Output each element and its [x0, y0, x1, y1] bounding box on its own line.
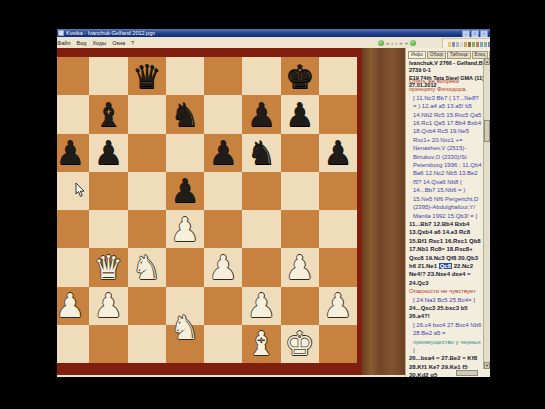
square-e1[interactable] [204, 325, 242, 363]
video-frame: Kvetka - Ivanchuk-Gelfand 2012.pgn –□× Ф… [0, 0, 545, 409]
black-pawn-d5[interactable]: ♟ [166, 172, 204, 210]
copy-icon[interactable] [460, 42, 463, 47]
notation-line: [ 26.c4 bxc4 27.Bxc4 Nb6 28.Be2 a5 = пре… [409, 321, 482, 355]
letterbox-bottom [0, 377, 545, 409]
add-move-icon[interactable]: + [405, 40, 409, 46]
letterbox-right [490, 0, 545, 409]
square-b2[interactable]: ♟ [89, 287, 127, 325]
tab-Таблица[interactable]: Таблица [447, 51, 471, 59]
square-d8[interactable] [166, 57, 204, 95]
square-e2[interactable] [204, 287, 242, 325]
black-pawn-b6[interactable]: ♟ [89, 134, 127, 172]
flip-board-icon[interactable] [468, 42, 471, 47]
square-f7[interactable]: ♟ [242, 95, 280, 133]
window-title: Kvetka - Ivanchuk-Gelfand 2012.pgn [64, 30, 155, 36]
black-pawn-e6[interactable]: ♟ [204, 134, 242, 172]
square-g1[interactable]: ♚ [281, 325, 319, 363]
square-h2[interactable]: ♟ [319, 287, 357, 325]
square-f2[interactable]: ♟ [242, 287, 280, 325]
square-h5[interactable] [319, 172, 357, 210]
square-g8[interactable]: ♚ [281, 57, 319, 95]
black-king-g8[interactable]: ♚ [281, 57, 319, 95]
chart-icon[interactable] [480, 42, 483, 47]
square-d3[interactable] [166, 248, 204, 286]
white-pawn-f2[interactable]: ♟ [242, 287, 280, 325]
square-h8[interactable] [319, 57, 357, 95]
current-move-highlight[interactable]: Qc8 [439, 263, 452, 269]
notation-segment[interactable]: Опять же вопреки принципу Филидора. [409, 78, 467, 92]
white-pawn-g3[interactable]: ♟ [281, 248, 319, 286]
wood-panel [362, 48, 405, 377]
next-move-icon[interactable]: › [395, 40, 397, 46]
square-g2[interactable] [281, 287, 319, 325]
notation-segment[interactable]: [ 11.Nc3 Bb7 ( 17...Ne8? = ) 12.a4 a5 13… [413, 95, 482, 219]
print-icon[interactable] [456, 42, 459, 47]
new-icon[interactable] [444, 42, 447, 47]
white-pawn-b2[interactable]: ♟ [89, 287, 127, 325]
black-pawn-f7[interactable]: ♟ [242, 95, 280, 133]
white-bishop-f1[interactable]: ♝ [242, 325, 280, 363]
menu-item-?[interactable]: ? [131, 40, 134, 46]
notation-segment[interactable]: преимущество у черных [413, 339, 481, 345]
black-pawn-g7[interactable]: ♟ [281, 95, 319, 133]
square-h7[interactable] [319, 95, 357, 133]
square-d4[interactable]: ♟ [166, 210, 204, 248]
square-f4[interactable] [242, 210, 280, 248]
notation-segment[interactable]: [ 26.c4 bxc4 27.Bxc4 Nb6 28.Be2 a5 = [413, 322, 481, 336]
square-e8[interactable] [204, 57, 242, 95]
notation-line: Опасности не чувствует [409, 287, 482, 295]
move-navigation-toolbar: «‹›»+ [378, 38, 416, 48]
database-icon[interactable] [476, 42, 479, 47]
settings-icon[interactable] [484, 42, 487, 47]
square-b8[interactable] [89, 57, 127, 95]
square-h6[interactable]: ♟ [319, 134, 357, 172]
square-f6[interactable]: ♞ [242, 134, 280, 172]
notation-segment[interactable]: 24...Qxc3 25.bxc3 b5 26.a4?! [409, 305, 468, 319]
mouse-cursor [75, 183, 85, 198]
square-c4[interactable] [128, 210, 166, 248]
menu-item-Ходы[interactable]: Ходы [92, 40, 106, 46]
first-move-icon[interactable]: « [386, 40, 389, 46]
prev-move-icon[interactable]: ‹ [391, 40, 393, 46]
black-queen-c8[interactable]: ♛ [128, 57, 166, 95]
open-icon[interactable] [448, 42, 451, 47]
chess-app-window: Kvetka - Ivanchuk-Gelfand 2012.pgn –□× Ф… [51, 29, 490, 377]
title-bar[interactable]: Kvetka - Ivanchuk-Gelfand 2012.pgn –□× [51, 29, 490, 37]
chess-board[interactable]: ♛♚♝♞♟♟♟♟♟♞♟♟♟♛♞♟♟♟♟♟♟♝♚♞ [51, 57, 357, 363]
white-pawn-h2[interactable]: ♟ [319, 287, 357, 325]
notation-line: [ 11.Nc3 Bb7 ( 17...Ne8? = ) 12.a4 a5 13… [409, 94, 482, 220]
notation-line: Опять же вопреки принципу Филидора. [409, 77, 482, 94]
square-c6[interactable] [128, 134, 166, 172]
black-knight-d7[interactable]: ♞ [166, 95, 204, 133]
square-e7[interactable] [204, 95, 242, 133]
square-e3[interactable]: ♟ [204, 248, 242, 286]
game-notation: Опять же вопреки принципу Филидора.[ 11.… [409, 77, 482, 409]
square-c8[interactable]: ♛ [128, 57, 166, 95]
square-b7[interactable]: ♝ [89, 95, 127, 133]
record-icon[interactable] [410, 40, 416, 46]
square-h3[interactable] [319, 248, 357, 286]
notation-segment[interactable]: Опасности не чувствует [409, 288, 476, 294]
white-queen-b3[interactable]: ♛ [89, 248, 127, 286]
white-pawn-e3[interactable]: ♟ [204, 248, 242, 286]
notation-segment[interactable]: ] [413, 347, 415, 353]
notation-line: 24...Qxc3 25.bxc3 b5 26.a4?! [409, 304, 482, 321]
notation-line: [ 24.Na3 Bc5 25.Bc4= ] [409, 296, 482, 304]
notation-segment[interactable]: [ 24.Na3 Bc5 25.Bc4= ] [413, 297, 475, 303]
square-b1[interactable] [89, 325, 127, 363]
play-icon[interactable] [378, 40, 384, 46]
notation-panel: ИнфоОбзорТаблицаБлицБазаДвижок Ivanchuk,… [405, 48, 490, 377]
paste-icon[interactable] [464, 42, 467, 47]
square-g4[interactable] [281, 210, 319, 248]
square-b4[interactable] [89, 210, 127, 248]
square-c2[interactable] [128, 287, 166, 325]
square-e5[interactable] [204, 172, 242, 210]
square-f5[interactable] [242, 172, 280, 210]
notation-line: 11...Bb7 12.Bb4 Bxb4 13.Qxb4 a6 14.e3 Rc… [409, 220, 482, 287]
notation-segment[interactable]: 11...Bb7 12.Bb4 Bxb4 13.Qxb4 a6 14.e3 Rc… [409, 221, 481, 269]
moving-white-knight[interactable]: ♞ [166, 308, 204, 346]
square-b6[interactable]: ♟ [89, 134, 127, 172]
white-pawn-d4[interactable]: ♟ [166, 210, 204, 248]
letterbox-top [0, 0, 545, 29]
square-d6[interactable] [166, 134, 204, 172]
white-knight-c3[interactable]: ♞ [128, 248, 166, 286]
save-icon[interactable] [452, 42, 455, 47]
vertical-scrollbar[interactable]: ▲ ▼ [483, 58, 490, 369]
square-h4[interactable] [319, 210, 357, 248]
square-b5[interactable] [89, 172, 127, 210]
square-h1[interactable] [319, 325, 357, 363]
tab-Инфо[interactable]: Инфо [408, 51, 426, 59]
square-b3[interactable]: ♛ [89, 248, 127, 286]
square-g5[interactable] [281, 172, 319, 210]
square-f3[interactable] [242, 248, 280, 286]
letterbox-left [0, 0, 57, 409]
horizontal-scrollbar-thumb[interactable] [456, 370, 478, 376]
last-move-icon[interactable]: » [399, 40, 402, 46]
engine-icon[interactable] [472, 42, 475, 47]
game-players: Ivanchuk,V 2766 - Gelfand,B 2739 0-1 [409, 60, 485, 75]
square-g6[interactable] [281, 134, 319, 172]
square-c1[interactable] [128, 325, 166, 363]
square-c5[interactable] [128, 172, 166, 210]
black-bishop-b7[interactable]: ♝ [89, 95, 127, 133]
square-f1[interactable]: ♝ [242, 325, 280, 363]
menu-item-Вид[interactable]: Вид [77, 40, 87, 46]
square-e4[interactable] [204, 210, 242, 248]
tab-Обзор[interactable]: Обзор [427, 51, 446, 59]
square-c3[interactable]: ♞ [128, 248, 166, 286]
menu-item-Файл[interactable]: Файл [57, 40, 71, 46]
white-king-g1[interactable]: ♚ [281, 325, 319, 363]
menu-item-Окна[interactable]: Окна [112, 40, 125, 46]
black-pawn-h6[interactable]: ♟ [319, 134, 357, 172]
square-d7[interactable]: ♞ [166, 95, 204, 133]
square-e6[interactable]: ♟ [204, 134, 242, 172]
square-g7[interactable]: ♟ [281, 95, 319, 133]
square-f8[interactable] [242, 57, 280, 95]
square-g3[interactable]: ♟ [281, 248, 319, 286]
square-d5[interactable]: ♟ [166, 172, 204, 210]
square-c7[interactable] [128, 95, 166, 133]
black-knight-f6[interactable]: ♞ [242, 134, 280, 172]
